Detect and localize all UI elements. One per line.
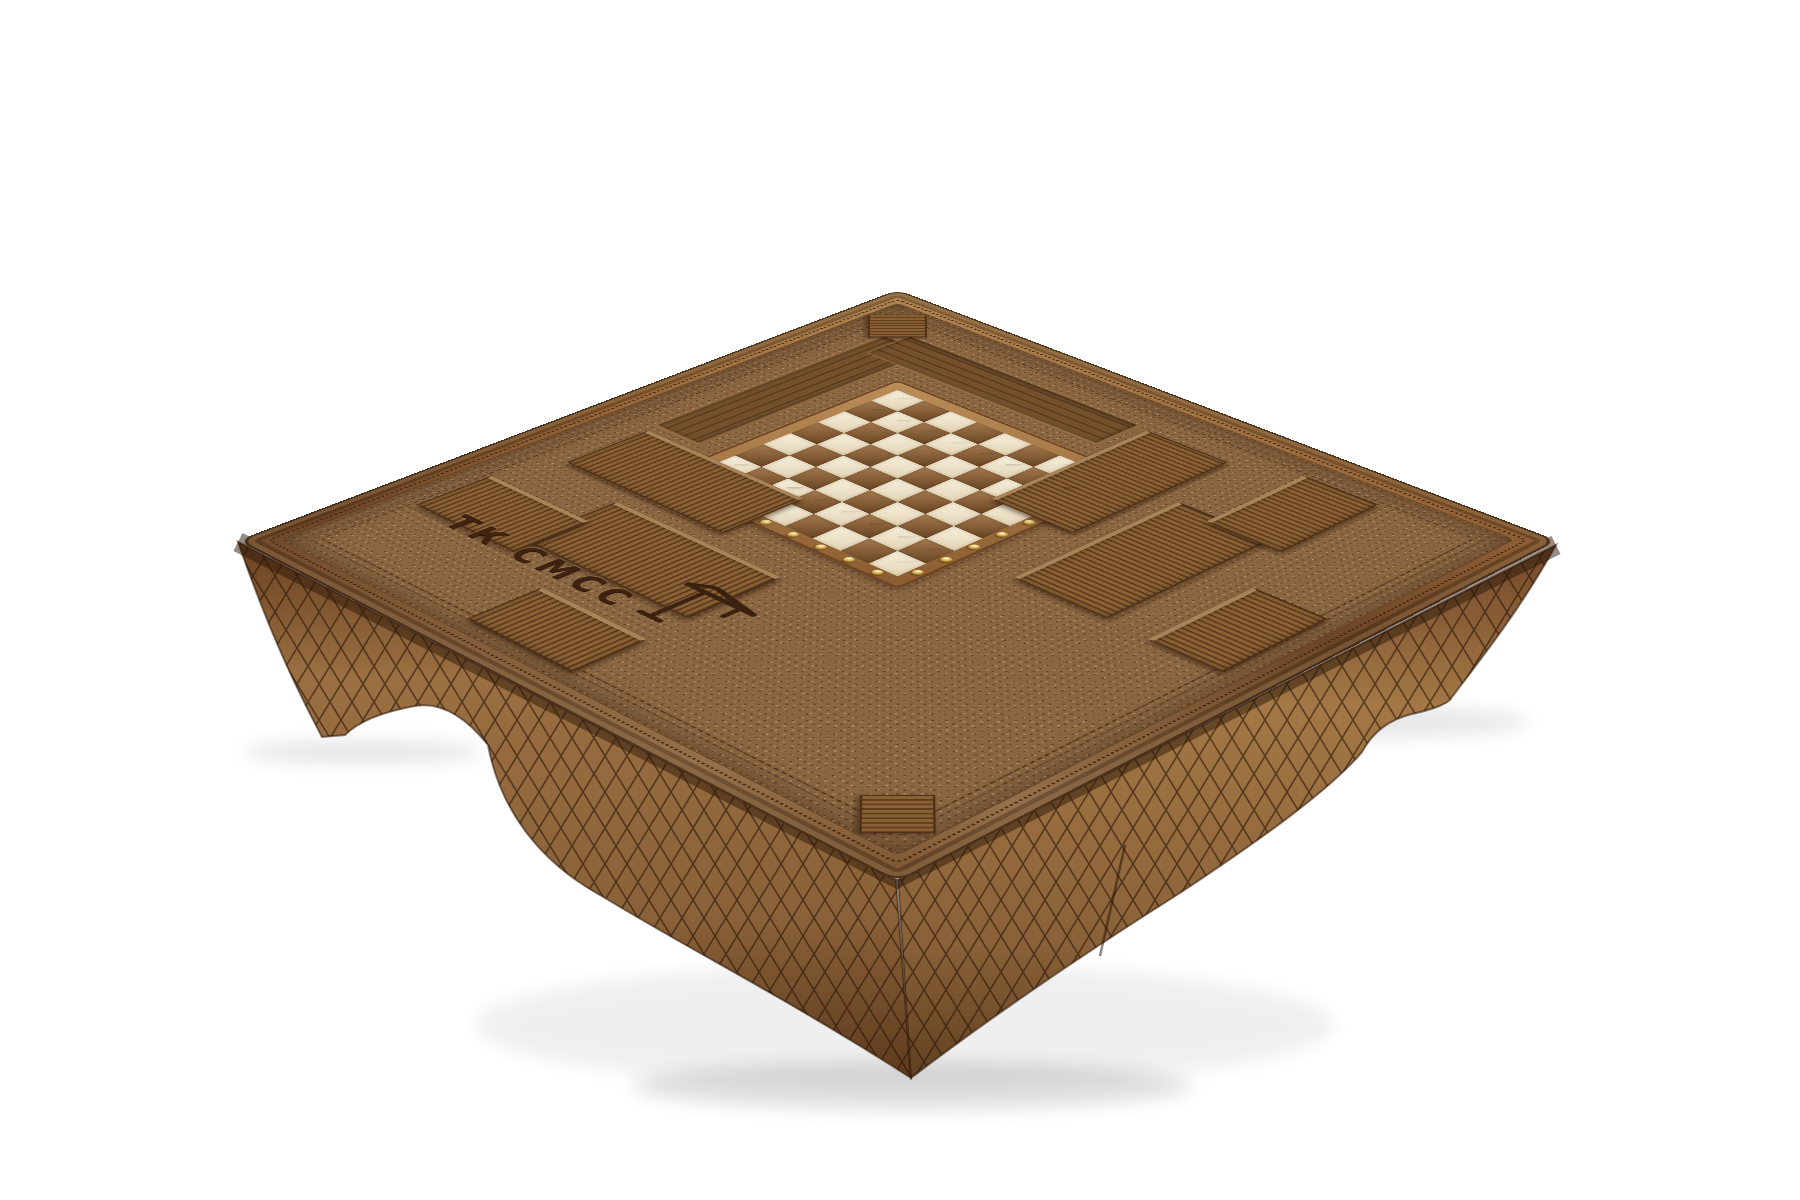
box-top-surface: ТК СМСС ♜♞♝♛♚♝♞♜♟♟♟♟♟♟♟♟♟♟♟♟♟♟♟♟♜♞♝♛♚♝♞♜	[237, 289, 1556, 881]
scene: ТК СМСС ♜♞♝♛♚♝♞♜♟♟♟♟♟♟♟♟♟♟♟♟♟♟♟♟♜♞♝♛♚♝♞♜	[0, 0, 1800, 1200]
corner-diamond-ornament	[868, 314, 927, 337]
corner-diamond-ornament	[859, 794, 935, 832]
